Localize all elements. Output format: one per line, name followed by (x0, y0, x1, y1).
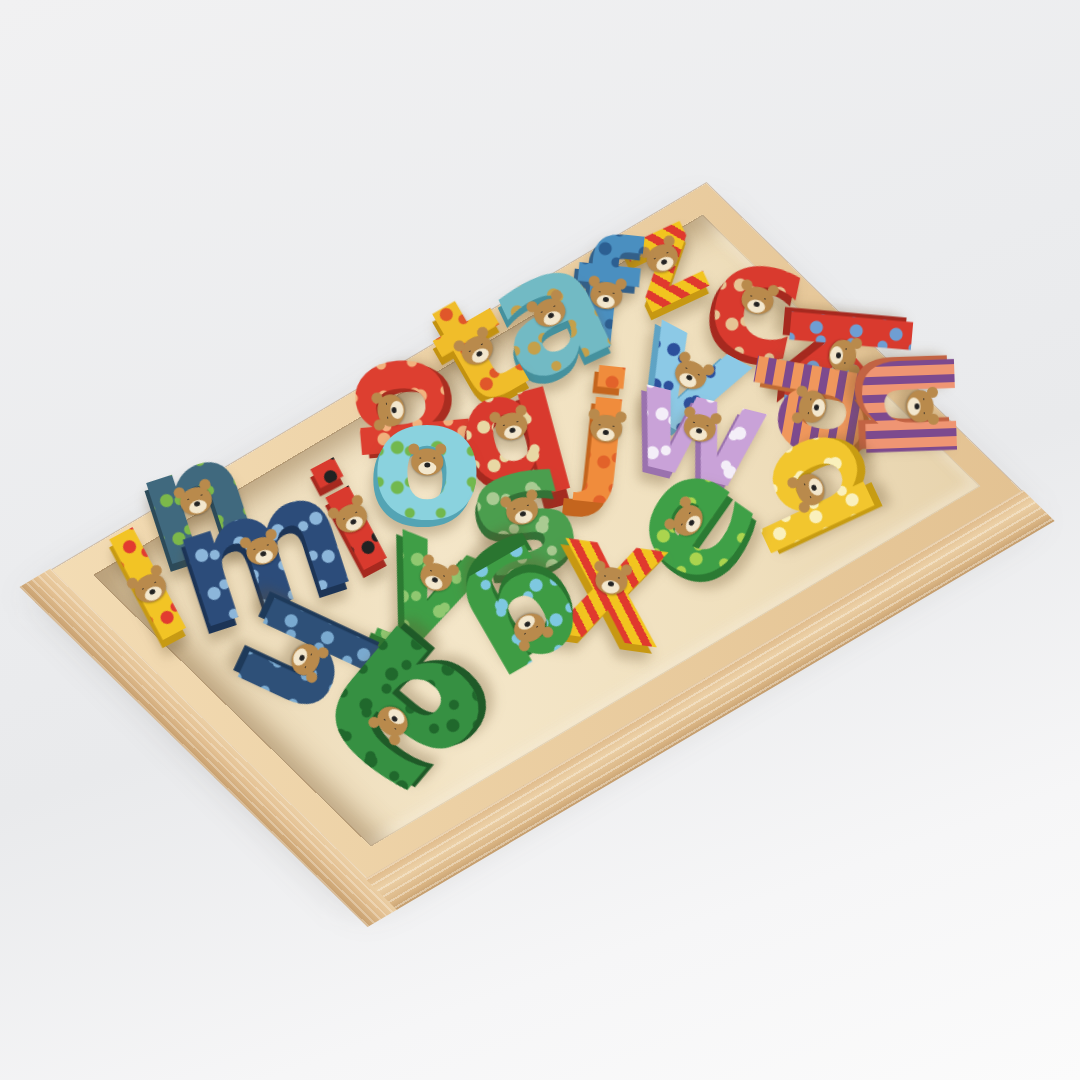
bear-face-icon (411, 448, 443, 475)
product-photo: zzffaaccttkkvvdduuppqqjjwwoobbnnssiieemm… (0, 0, 1080, 1080)
letter-pieces-layer: zzffaaccttkkvvdduuppqqjjwwoobbnnssiieemm… (0, 0, 1080, 1080)
